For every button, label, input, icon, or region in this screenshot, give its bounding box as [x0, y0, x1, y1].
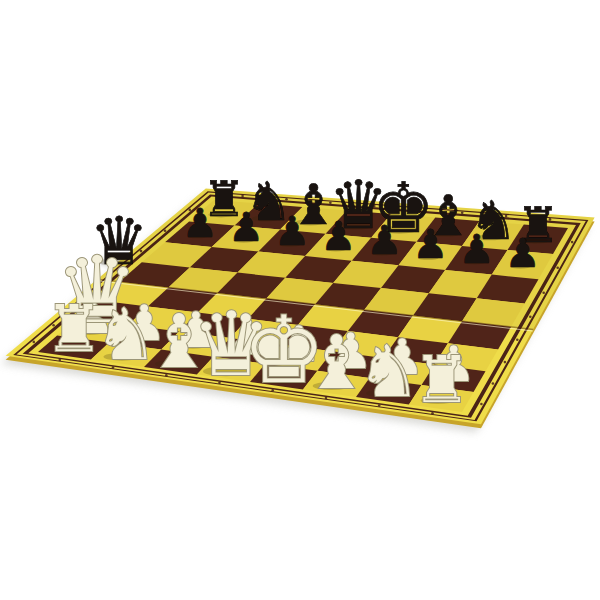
piece-black-pawn-b7[interactable]: ♟	[228, 204, 264, 250]
border-dot	[480, 403, 483, 406]
piece-black-pawn-d7[interactable]: ♟	[320, 213, 356, 259]
border-dot	[33, 341, 36, 344]
border-dot	[516, 339, 519, 342]
piece-black-pawn-f7[interactable]: ♟	[413, 221, 449, 267]
piece-black-pawn-a7[interactable]: ♟	[182, 200, 218, 246]
piece-black-pawn-e7[interactable]: ♟	[367, 217, 403, 263]
piece-black-pawn-c7[interactable]: ♟	[274, 208, 310, 254]
border-dot	[504, 361, 507, 364]
piece-black-pawn-g7[interactable]: ♟	[459, 226, 495, 272]
piece-white-knight-g1[interactable]: ♞	[357, 330, 421, 413]
chess-set-scene: ♜♞♝♛♚♝♞♜♟♟♟♟♟♟♟♟♟♟♟♟♟♟♟♟♛♛♜♞♝♛♚♝♞♜	[0, 0, 600, 600]
border-dot	[492, 382, 495, 385]
piece-black-pawn-h7[interactable]: ♟	[505, 230, 541, 276]
product-photo: ♜♞♝♛♚♝♞♜♟♟♟♟♟♟♟♟♟♟♟♟♟♟♟♟♛♛♜♞♝♛♚♝♞♜	[0, 0, 600, 600]
piece-white-rook-h1[interactable]: ♜	[412, 342, 470, 417]
